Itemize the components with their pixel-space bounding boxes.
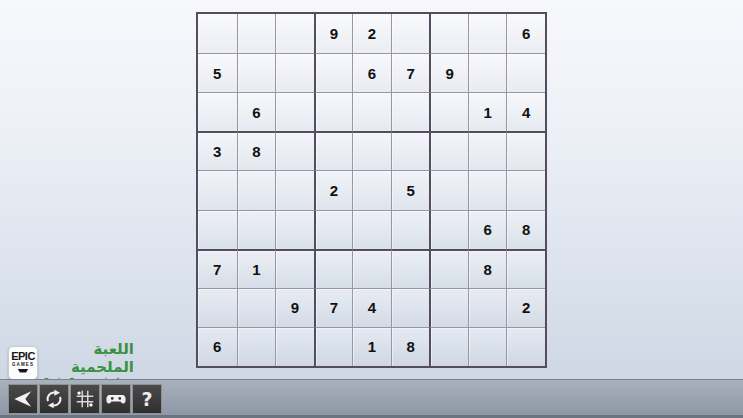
sudoku-cell[interactable]	[237, 210, 276, 249]
sudoku-cell[interactable]	[314, 131, 353, 170]
sudoku-cell[interactable]	[468, 14, 507, 53]
sudoku-cell[interactable]: 8	[391, 327, 430, 366]
sudoku-cell[interactable]	[275, 14, 314, 53]
sudoku-board: 92656796143825687189742618	[196, 12, 547, 368]
sudoku-cell[interactable]: 6	[506, 14, 545, 53]
logo-text-games: GAMES	[12, 362, 34, 367]
sudoku-cell[interactable]: 2	[506, 288, 545, 327]
sudoku-cell[interactable]	[237, 170, 276, 209]
new-puzzle-button[interactable]	[70, 384, 100, 414]
sudoku-cell[interactable]	[391, 92, 430, 131]
sudoku-cell[interactable]	[468, 288, 507, 327]
sudoku-cell[interactable]: 6	[198, 327, 237, 366]
sudoku-cell[interactable]	[275, 170, 314, 209]
sudoku-cell[interactable]	[429, 288, 468, 327]
sudoku-cell[interactable]: 6	[237, 92, 276, 131]
back-arrow-icon	[12, 388, 34, 410]
sudoku-cell[interactable]	[314, 92, 353, 131]
sudoku-cell[interactable]	[275, 92, 314, 131]
sudoku-cell[interactable]	[429, 92, 468, 131]
sudoku-cell[interactable]: 7	[314, 288, 353, 327]
sudoku-cell[interactable]: 9	[275, 288, 314, 327]
sudoku-cell[interactable]	[506, 170, 545, 209]
sudoku-cell[interactable]: 5	[198, 53, 237, 92]
logo-text-epic: EPIC	[11, 351, 35, 361]
sudoku-cell[interactable]	[314, 249, 353, 288]
gamepad-icon	[105, 388, 127, 410]
sudoku-cell[interactable]: 3	[198, 131, 237, 170]
sudoku-cell[interactable]	[352, 249, 391, 288]
sudoku-cell[interactable]	[237, 288, 276, 327]
sudoku-cell[interactable]	[391, 14, 430, 53]
sudoku-cell[interactable]	[352, 210, 391, 249]
sudoku-cell[interactable]: 4	[506, 92, 545, 131]
sudoku-cell[interactable]	[352, 170, 391, 209]
sudoku-cell[interactable]: 8	[237, 131, 276, 170]
sudoku-cell[interactable]	[429, 210, 468, 249]
sudoku-cell[interactable]	[314, 53, 353, 92]
question-mark-icon: ?	[141, 390, 152, 409]
back-button[interactable]	[8, 384, 38, 414]
sudoku-cell[interactable]	[275, 53, 314, 92]
sudoku-cell[interactable]: 6	[468, 210, 507, 249]
games-button[interactable]	[101, 384, 131, 414]
sudoku-cell[interactable]	[275, 249, 314, 288]
sudoku-cell[interactable]	[352, 131, 391, 170]
sudoku-cell[interactable]	[468, 327, 507, 366]
sudoku-cell[interactable]	[429, 131, 468, 170]
sudoku-cell[interactable]	[429, 249, 468, 288]
sudoku-cell[interactable]: 1	[352, 327, 391, 366]
sudoku-cell[interactable]	[429, 327, 468, 366]
sudoku-cell[interactable]: 5	[391, 170, 430, 209]
sudoku-cell[interactable]	[352, 92, 391, 131]
sudoku-cell[interactable]	[429, 170, 468, 209]
sudoku-cell[interactable]	[506, 327, 545, 366]
sudoku-cell[interactable]	[275, 210, 314, 249]
sudoku-cell[interactable]: 8	[506, 210, 545, 249]
sudoku-grid-icon	[74, 388, 96, 410]
site-title-arabic: اللعبة الملحمية	[44, 340, 134, 376]
sudoku-cell[interactable]: 7	[391, 53, 430, 92]
sudoku-cell[interactable]	[314, 327, 353, 366]
sudoku-cell[interactable]	[468, 53, 507, 92]
sudoku-cell[interactable]	[237, 14, 276, 53]
sudoku-cell[interactable]	[198, 288, 237, 327]
sudoku-cell[interactable]: 1	[468, 92, 507, 131]
sudoku-cell[interactable]	[198, 210, 237, 249]
sudoku-cell[interactable]	[391, 210, 430, 249]
epic-games-logo: EPIC GAMES	[8, 346, 38, 380]
sudoku-cell[interactable]	[237, 53, 276, 92]
sudoku-cell[interactable]	[198, 14, 237, 53]
sudoku-cell[interactable]	[468, 170, 507, 209]
refresh-icon	[43, 388, 65, 410]
sudoku-cell[interactable]	[275, 327, 314, 366]
sudoku-cell[interactable]: 9	[314, 14, 353, 53]
sudoku-cell[interactable]	[468, 131, 507, 170]
logo-notch	[18, 369, 29, 373]
sudoku-cell[interactable]: 4	[352, 288, 391, 327]
refresh-button[interactable]	[39, 384, 69, 414]
sudoku-cell[interactable]	[391, 131, 430, 170]
sudoku-cell[interactable]: 1	[237, 249, 276, 288]
sudoku-cell[interactable]	[198, 92, 237, 131]
help-button[interactable]: ?	[132, 384, 162, 414]
sudoku-cell[interactable]	[237, 327, 276, 366]
sudoku-cell[interactable]	[275, 131, 314, 170]
sudoku-cell[interactable]: 9	[429, 53, 468, 92]
sudoku-cell[interactable]	[429, 14, 468, 53]
sudoku-cell[interactable]	[506, 249, 545, 288]
sudoku-cell[interactable]: 7	[198, 249, 237, 288]
sudoku-cell[interactable]	[506, 53, 545, 92]
sudoku-cell[interactable]: 2	[352, 14, 391, 53]
bottom-toolbar: ?	[0, 379, 743, 418]
sudoku-cell[interactable]	[506, 131, 545, 170]
sudoku-cell[interactable]	[198, 170, 237, 209]
sudoku-cell[interactable]	[391, 249, 430, 288]
app-window: 92656796143825687189742618 EPIC GAMES ال…	[0, 0, 743, 418]
sudoku-cell[interactable]: 2	[314, 170, 353, 209]
sudoku-cell[interactable]	[391, 288, 430, 327]
sudoku-cell[interactable]: 8	[468, 249, 507, 288]
sudoku-cell[interactable]: 6	[352, 53, 391, 92]
sudoku-cell[interactable]	[314, 210, 353, 249]
